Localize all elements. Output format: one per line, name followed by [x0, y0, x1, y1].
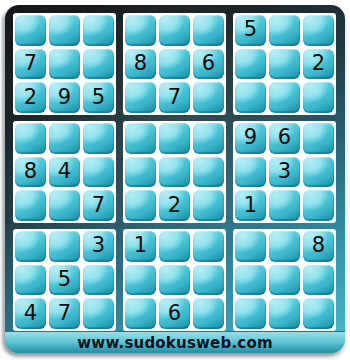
cell-r7c1[interactable] — [15, 231, 46, 262]
cell-r7c9[interactable]: 8 — [303, 231, 334, 262]
cell-r1c8[interactable] — [269, 15, 300, 46]
cell-r1c4[interactable] — [125, 15, 156, 46]
cell-r3c5[interactable]: 7 — [159, 82, 190, 113]
given-digit: 6 — [278, 127, 291, 149]
cell-r3c4[interactable] — [125, 82, 156, 113]
cell-r9c6[interactable] — [193, 298, 224, 329]
cell-r8c7[interactable] — [235, 265, 266, 296]
cell-r2c9[interactable]: 2 — [303, 49, 334, 80]
given-digit: 4 — [58, 161, 71, 183]
sudoku-box: 52 — [233, 13, 336, 115]
sudoku-board: 729586752847296313547168 — [13, 13, 336, 331]
cell-r5c1[interactable]: 8 — [15, 157, 46, 188]
cell-r9c1[interactable]: 4 — [15, 298, 46, 329]
cell-r4c4[interactable] — [125, 123, 156, 154]
given-digit: 7 — [168, 87, 181, 109]
cell-r9c8[interactable] — [269, 298, 300, 329]
given-digit: 8 — [134, 53, 147, 75]
cell-r7c3[interactable]: 3 — [83, 231, 114, 262]
given-digit: 2 — [312, 53, 325, 75]
given-digit: 9 — [244, 127, 257, 149]
cell-r4c8[interactable]: 6 — [269, 123, 300, 154]
cell-r7c7[interactable] — [235, 231, 266, 262]
cell-r5c4[interactable] — [125, 157, 156, 188]
cell-r1c5[interactable] — [159, 15, 190, 46]
cell-r3c9[interactable] — [303, 82, 334, 113]
given-digit: 8 — [24, 161, 37, 183]
given-digit: 9 — [58, 87, 71, 109]
given-digit: 7 — [92, 195, 105, 217]
cell-r1c9[interactable] — [303, 15, 334, 46]
given-digit: 4 — [24, 303, 37, 325]
cell-r3c3[interactable]: 5 — [83, 82, 114, 113]
cell-r9c9[interactable] — [303, 298, 334, 329]
given-digit: 5 — [58, 269, 71, 291]
cell-r8c6[interactable] — [193, 265, 224, 296]
sudoku-box: 7295 — [13, 13, 116, 115]
cell-r4c3[interactable] — [83, 123, 114, 154]
sudoku-box: 2 — [123, 121, 226, 223]
cell-r7c2[interactable] — [49, 231, 80, 262]
cell-r3c2[interactable]: 9 — [49, 82, 80, 113]
cell-r7c8[interactable] — [269, 231, 300, 262]
cell-r4c5[interactable] — [159, 123, 190, 154]
cell-r8c8[interactable] — [269, 265, 300, 296]
sudoku-box: 867 — [123, 13, 226, 115]
cell-r2c1[interactable]: 7 — [15, 49, 46, 80]
board-frame: 729586752847296313547168 www.sudokusweb.… — [5, 5, 345, 353]
cell-r6c1[interactable] — [15, 190, 46, 221]
cell-r3c7[interactable] — [235, 82, 266, 113]
cell-r9c3[interactable] — [83, 298, 114, 329]
cell-r1c6[interactable] — [193, 15, 224, 46]
given-digit: 6 — [168, 303, 181, 325]
cell-r6c7[interactable]: 1 — [235, 190, 266, 221]
cell-r8c4[interactable] — [125, 265, 156, 296]
cell-r1c7[interactable]: 5 — [235, 15, 266, 46]
sudoku-box: 847 — [13, 121, 116, 223]
cell-r1c2[interactable] — [49, 15, 80, 46]
cell-r6c6[interactable] — [193, 190, 224, 221]
cell-r6c9[interactable] — [303, 190, 334, 221]
page: 729586752847296313547168 www.sudokusweb.… — [0, 0, 350, 360]
cell-r1c3[interactable] — [83, 15, 114, 46]
cell-r5c7[interactable] — [235, 157, 266, 188]
cell-r6c4[interactable] — [125, 190, 156, 221]
cell-r2c5[interactable] — [159, 49, 190, 80]
given-digit: 2 — [24, 87, 37, 109]
cell-r1c1[interactable] — [15, 15, 46, 46]
cell-r2c3[interactable] — [83, 49, 114, 80]
cell-r5c6[interactable] — [193, 157, 224, 188]
given-digit: 1 — [134, 235, 147, 257]
given-digit: 5 — [92, 87, 105, 109]
cell-r4c7[interactable]: 9 — [235, 123, 266, 154]
given-digit: 7 — [24, 53, 37, 75]
sudoku-box: 9631 — [233, 121, 336, 223]
cell-r8c9[interactable] — [303, 265, 334, 296]
cell-r9c5[interactable]: 6 — [159, 298, 190, 329]
given-digit: 7 — [58, 303, 71, 325]
given-digit: 1 — [244, 195, 257, 217]
cell-r9c7[interactable] — [235, 298, 266, 329]
cell-r2c7[interactable] — [235, 49, 266, 80]
cell-r8c5[interactable] — [159, 265, 190, 296]
cell-r6c8[interactable] — [269, 190, 300, 221]
cell-r4c6[interactable] — [193, 123, 224, 154]
cell-r6c3[interactable]: 7 — [83, 190, 114, 221]
given-digit: 2 — [168, 195, 181, 217]
given-digit: 3 — [278, 161, 291, 183]
sudoku-box: 16 — [123, 229, 226, 331]
cell-r2c4[interactable]: 8 — [125, 49, 156, 80]
given-digit: 3 — [92, 235, 105, 257]
cell-r7c6[interactable] — [193, 231, 224, 262]
cell-r2c2[interactable] — [49, 49, 80, 80]
cell-r7c5[interactable] — [159, 231, 190, 262]
cell-r6c5[interactable]: 2 — [159, 190, 190, 221]
given-digit: 5 — [244, 19, 257, 41]
cell-r6c2[interactable] — [49, 190, 80, 221]
cell-r5c2[interactable]: 4 — [49, 157, 80, 188]
cell-r7c4[interactable]: 1 — [125, 231, 156, 262]
cell-r3c6[interactable] — [193, 82, 224, 113]
cell-r8c3[interactable] — [83, 265, 114, 296]
cell-r8c2[interactable]: 5 — [49, 265, 80, 296]
cell-r5c8[interactable]: 3 — [269, 157, 300, 188]
given-digit: 6 — [202, 53, 215, 75]
cell-r8c1[interactable] — [15, 265, 46, 296]
cell-r3c8[interactable] — [269, 82, 300, 113]
cell-r5c9[interactable] — [303, 157, 334, 188]
cell-r9c4[interactable] — [125, 298, 156, 329]
cell-r5c3[interactable] — [83, 157, 114, 188]
sudoku-box: 8 — [233, 229, 336, 331]
site-url[interactable]: www.sudokusweb.com — [5, 331, 345, 353]
cell-r2c6[interactable]: 6 — [193, 49, 224, 80]
cell-r3c1[interactable]: 2 — [15, 82, 46, 113]
cell-r4c2[interactable] — [49, 123, 80, 154]
given-digit: 8 — [312, 235, 325, 257]
cell-r2c8[interactable] — [269, 49, 300, 80]
cell-r5c5[interactable] — [159, 157, 190, 188]
cell-r4c1[interactable] — [15, 123, 46, 154]
sudoku-box: 3547 — [13, 229, 116, 331]
cell-r9c2[interactable]: 7 — [49, 298, 80, 329]
cell-r4c9[interactable] — [303, 123, 334, 154]
